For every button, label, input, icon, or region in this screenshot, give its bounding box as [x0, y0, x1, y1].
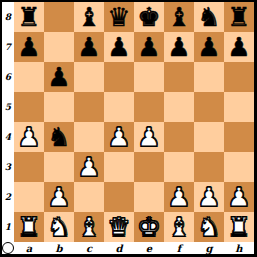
piece-black-pawn[interactable]: ♟: [197, 32, 220, 62]
file-label-c: c: [74, 242, 104, 254]
square-a2[interactable]: [14, 182, 44, 212]
square-g4[interactable]: [194, 122, 224, 152]
file-label-d: d: [104, 242, 134, 254]
square-e5[interactable]: [134, 92, 164, 122]
piece-black-pawn[interactable]: ♟: [77, 32, 100, 62]
square-d6[interactable]: [104, 62, 134, 92]
square-e3[interactable]: [134, 152, 164, 182]
file-label-g: g: [194, 242, 224, 254]
rank-label-8: 8: [2, 2, 14, 32]
piece-white-king[interactable]: ♚: [137, 212, 160, 242]
square-e6[interactable]: [134, 62, 164, 92]
square-f8[interactable]: ♝: [164, 2, 194, 32]
square-c3[interactable]: ♟: [74, 152, 104, 182]
piece-white-pawn[interactable]: ♟: [17, 122, 40, 152]
rank-label-3: 3: [2, 152, 14, 182]
piece-white-pawn[interactable]: ♟: [77, 152, 100, 182]
square-e7[interactable]: ♟: [134, 32, 164, 62]
square-a1[interactable]: ♜: [14, 212, 44, 242]
square-a3[interactable]: [14, 152, 44, 182]
piece-black-knight[interactable]: ♞: [47, 122, 70, 152]
file-label-f: f: [164, 242, 194, 254]
piece-black-knight[interactable]: ♞: [197, 2, 220, 32]
square-b8[interactable]: [44, 2, 74, 32]
piece-white-pawn[interactable]: ♟: [137, 122, 160, 152]
square-h3[interactable]: [224, 152, 254, 182]
square-e1[interactable]: ♚: [134, 212, 164, 242]
square-h1[interactable]: ♜: [224, 212, 254, 242]
rank-labels: 87654321: [2, 2, 14, 242]
piece-white-knight[interactable]: ♞: [197, 212, 220, 242]
square-e2[interactable]: [134, 182, 164, 212]
square-g2[interactable]: ♟: [194, 182, 224, 212]
square-c5[interactable]: [74, 92, 104, 122]
square-f5[interactable]: [164, 92, 194, 122]
square-g5[interactable]: [194, 92, 224, 122]
piece-black-bishop[interactable]: ♝: [167, 2, 190, 32]
square-h4[interactable]: [224, 122, 254, 152]
white-to-move-indicator: [2, 242, 14, 254]
square-a8[interactable]: ♜: [14, 2, 44, 32]
piece-white-bishop[interactable]: ♝: [167, 212, 190, 242]
square-b4[interactable]: ♞: [44, 122, 74, 152]
square-c1[interactable]: ♝: [74, 212, 104, 242]
square-c8[interactable]: ♝: [74, 2, 104, 32]
square-g3[interactable]: [194, 152, 224, 182]
rank-label-1: 1: [2, 212, 14, 242]
square-e4[interactable]: ♟: [134, 122, 164, 152]
piece-black-bishop[interactable]: ♝: [77, 2, 100, 32]
square-g6[interactable]: [194, 62, 224, 92]
square-e8[interactable]: ♚: [134, 2, 164, 32]
rank-label-6: 6: [2, 62, 14, 92]
piece-black-pawn[interactable]: ♟: [167, 32, 190, 62]
square-c4[interactable]: [74, 122, 104, 152]
square-h7[interactable]: ♟: [224, 32, 254, 62]
square-c6[interactable]: [74, 62, 104, 92]
piece-black-king[interactable]: ♚: [137, 2, 160, 32]
square-a7[interactable]: ♟: [14, 32, 44, 62]
piece-white-pawn[interactable]: ♟: [197, 182, 220, 212]
piece-white-rook[interactable]: ♜: [227, 212, 250, 242]
file-labels: abcdefgh: [14, 242, 254, 254]
square-f2[interactable]: ♟: [164, 182, 194, 212]
square-d3[interactable]: [104, 152, 134, 182]
square-c7[interactable]: ♟: [74, 32, 104, 62]
square-d1[interactable]: ♛: [104, 212, 134, 242]
square-b2[interactable]: ♟: [44, 182, 74, 212]
square-d2[interactable]: [104, 182, 134, 212]
piece-black-queen[interactable]: ♛: [107, 2, 130, 32]
square-a5[interactable]: [14, 92, 44, 122]
piece-black-pawn[interactable]: ♟: [227, 32, 250, 62]
square-f7[interactable]: ♟: [164, 32, 194, 62]
piece-black-rook[interactable]: ♜: [17, 2, 40, 32]
square-f1[interactable]: ♝: [164, 212, 194, 242]
chess-board: ♜♝♛♚♝♞♜♟♟♟♟♟♟♟♟♟♞♟♟♟♟♟♟♟♜♞♝♛♚♝♞♜: [14, 2, 254, 242]
square-f6[interactable]: [164, 62, 194, 92]
piece-black-pawn[interactable]: ♟: [137, 32, 160, 62]
piece-white-pawn[interactable]: ♟: [227, 182, 250, 212]
square-d8[interactable]: ♛: [104, 2, 134, 32]
square-d4[interactable]: ♟: [104, 122, 134, 152]
piece-white-knight[interactable]: ♞: [47, 212, 70, 242]
piece-black-pawn[interactable]: ♟: [17, 32, 40, 62]
piece-white-rook[interactable]: ♜: [17, 212, 40, 242]
square-g1[interactable]: ♞: [194, 212, 224, 242]
piece-black-rook[interactable]: ♜: [227, 2, 250, 32]
square-b7[interactable]: [44, 32, 74, 62]
square-f4[interactable]: [164, 122, 194, 152]
square-g7[interactable]: ♟: [194, 32, 224, 62]
square-b6[interactable]: ♟: [44, 62, 74, 92]
square-a4[interactable]: ♟: [14, 122, 44, 152]
square-f3[interactable]: [164, 152, 194, 182]
piece-white-pawn[interactable]: ♟: [47, 182, 70, 212]
file-label-a: a: [14, 242, 44, 254]
rank-label-5: 5: [2, 92, 14, 122]
rank-label-2: 2: [2, 182, 14, 212]
board-panel: 87654321 ♜♝♛♚♝♞♜♟♟♟♟♟♟♟♟♟♞♟♟♟♟♟♟♟♜♞♝♛♚♝♞…: [2, 2, 254, 254]
square-h5[interactable]: [224, 92, 254, 122]
rank-label-4: 4: [2, 122, 14, 152]
square-h8[interactable]: ♜: [224, 2, 254, 32]
square-b3[interactable]: [44, 152, 74, 182]
square-d7[interactable]: ♟: [104, 32, 134, 62]
square-h6[interactable]: [224, 62, 254, 92]
board-frame: 87654321 ♜♝♛♚♝♞♜♟♟♟♟♟♟♟♟♟♞♟♟♟♟♟♟♟♜♞♝♛♚♝♞…: [0, 0, 257, 257]
piece-black-pawn[interactable]: ♟: [47, 62, 70, 92]
square-c2[interactable]: [74, 182, 104, 212]
square-d5[interactable]: [104, 92, 134, 122]
piece-white-bishop[interactable]: ♝: [77, 212, 100, 242]
square-b1[interactable]: ♞: [44, 212, 74, 242]
piece-white-pawn[interactable]: ♟: [167, 182, 190, 212]
square-a6[interactable]: [14, 62, 44, 92]
file-label-e: e: [134, 242, 164, 254]
file-label-b: b: [44, 242, 74, 254]
piece-white-pawn[interactable]: ♟: [107, 122, 130, 152]
file-label-h: h: [224, 242, 254, 254]
piece-white-queen[interactable]: ♛: [107, 212, 130, 242]
square-h2[interactable]: ♟: [224, 182, 254, 212]
piece-black-pawn[interactable]: ♟: [107, 32, 130, 62]
square-b5[interactable]: [44, 92, 74, 122]
square-g8[interactable]: ♞: [194, 2, 224, 32]
rank-label-7: 7: [2, 32, 14, 62]
